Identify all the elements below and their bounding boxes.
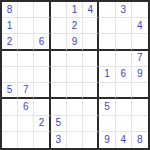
cell-r3c6[interactable] (83, 34, 99, 50)
cell-r7c1[interactable] (2, 99, 18, 115)
cell-r4c3[interactable] (34, 51, 50, 67)
cell-r9c2[interactable] (18, 132, 34, 148)
cell-r8c5[interactable] (67, 116, 83, 132)
given-digit-r3c1[interactable]: 2 (2, 34, 18, 50)
cell-r8c8[interactable] (116, 116, 132, 132)
cell-r2c2[interactable] (18, 18, 34, 34)
cell-r7c9[interactable] (132, 99, 148, 115)
cell-r7c4[interactable] (51, 99, 67, 115)
cell-r6c8[interactable] (116, 83, 132, 99)
cell-r4c7[interactable] (99, 51, 115, 67)
given-digit-r6c2[interactable]: 7 (18, 83, 34, 99)
cell-r4c2[interactable] (18, 51, 34, 67)
given-digit-r3c3[interactable]: 6 (34, 34, 50, 50)
cell-r8c9[interactable] (132, 116, 148, 132)
cell-r6c9[interactable] (132, 83, 148, 99)
given-digit-r7c7[interactable]: 5 (99, 99, 115, 115)
cell-r8c6[interactable] (83, 116, 99, 132)
given-digit-r6c1[interactable]: 5 (2, 83, 18, 99)
given-digit-r8c3[interactable]: 2 (34, 116, 50, 132)
cell-r8c7[interactable] (99, 116, 115, 132)
cell-r2c6[interactable] (83, 18, 99, 34)
cell-r1c4[interactable] (51, 2, 67, 18)
given-digit-r2c1[interactable]: 1 (2, 18, 18, 34)
given-digit-r1c6[interactable]: 4 (83, 2, 99, 18)
given-digit-r9c4[interactable]: 3 (51, 132, 67, 148)
cell-r3c9[interactable] (132, 34, 148, 50)
cell-r1c7[interactable] (99, 2, 115, 18)
given-digit-r9c8[interactable]: 4 (116, 132, 132, 148)
cell-r6c6[interactable] (83, 83, 99, 99)
given-digit-r9c9[interactable]: 8 (132, 132, 148, 148)
given-digit-r2c5[interactable]: 2 (67, 18, 83, 34)
given-digit-r8c4[interactable]: 5 (51, 116, 67, 132)
cell-r9c3[interactable] (34, 132, 50, 148)
cell-r4c5[interactable] (67, 51, 83, 67)
cell-r1c3[interactable] (34, 2, 50, 18)
given-digit-r5c7[interactable]: 1 (99, 67, 115, 83)
cell-r5c2[interactable] (18, 67, 34, 83)
given-digit-r2c9[interactable]: 4 (132, 18, 148, 34)
cell-r3c7[interactable] (99, 34, 115, 50)
cell-r6c4[interactable] (51, 83, 67, 99)
cell-r5c6[interactable] (83, 67, 99, 83)
cell-r3c2[interactable] (18, 34, 34, 50)
given-digit-r9c7[interactable]: 9 (99, 132, 115, 148)
given-digit-r3c5[interactable]: 9 (67, 34, 83, 50)
cell-r3c4[interactable] (51, 34, 67, 50)
cell-r7c5[interactable] (67, 99, 83, 115)
cell-r4c8[interactable] (116, 51, 132, 67)
cell-r9c1[interactable] (2, 132, 18, 148)
cell-r5c5[interactable] (67, 67, 83, 83)
cell-r7c8[interactable] (116, 99, 132, 115)
cell-r2c7[interactable] (99, 18, 115, 34)
cell-r4c1[interactable] (2, 51, 18, 67)
given-digit-r1c1[interactable]: 8 (2, 2, 18, 18)
sudoku-board: 814312426971695765253948 (0, 0, 150, 150)
cell-r2c4[interactable] (51, 18, 67, 34)
cell-r5c1[interactable] (2, 67, 18, 83)
cell-r2c8[interactable] (116, 18, 132, 34)
cell-r7c6[interactable] (83, 99, 99, 115)
cell-r4c6[interactable] (83, 51, 99, 67)
cell-r6c7[interactable] (99, 83, 115, 99)
cell-r1c9[interactable] (132, 2, 148, 18)
cell-r6c3[interactable] (34, 83, 50, 99)
cell-r3c8[interactable] (116, 34, 132, 50)
cell-r5c4[interactable] (51, 67, 67, 83)
given-digit-r5c9[interactable]: 9 (132, 67, 148, 83)
given-digit-r4c9[interactable]: 7 (132, 51, 148, 67)
cell-r8c2[interactable] (18, 116, 34, 132)
cell-r4c4[interactable] (51, 51, 67, 67)
cell-r7c3[interactable] (34, 99, 50, 115)
cell-r2c3[interactable] (34, 18, 50, 34)
cell-r1c2[interactable] (18, 2, 34, 18)
cell-r5c3[interactable] (34, 67, 50, 83)
cell-r9c6[interactable] (83, 132, 99, 148)
sudoku-puzzle: 814312426971695765253948 (0, 0, 150, 150)
cell-r8c1[interactable] (2, 116, 18, 132)
cell-r6c5[interactable] (67, 83, 83, 99)
given-digit-r1c8[interactable]: 3 (116, 2, 132, 18)
given-digit-r1c5[interactable]: 1 (67, 2, 83, 18)
given-digit-r5c8[interactable]: 6 (116, 67, 132, 83)
given-digit-r7c2[interactable]: 6 (18, 99, 34, 115)
cell-r9c5[interactable] (67, 132, 83, 148)
